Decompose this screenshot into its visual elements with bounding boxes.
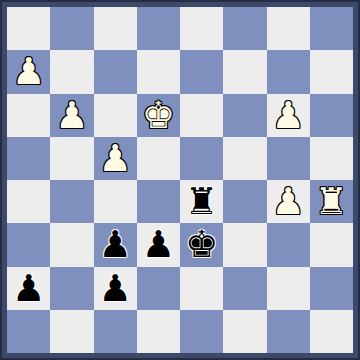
square-h1[interactable] [310,310,353,353]
square-b6[interactable]: ♟ [50,94,93,137]
square-h7[interactable] [310,50,353,93]
square-c4[interactable] [94,180,137,223]
square-b7[interactable] [50,50,93,93]
square-d4[interactable] [137,180,180,223]
square-d1[interactable] [137,310,180,353]
black-pawn-d3: ♟ [142,223,175,266]
square-e8[interactable] [180,7,223,50]
square-g3[interactable] [267,223,310,266]
square-c8[interactable] [94,7,137,50]
square-h6[interactable] [310,94,353,137]
square-a5[interactable] [7,137,50,180]
white-pawn-c5: ♟ [99,137,132,180]
square-h5[interactable] [310,137,353,180]
square-g7[interactable] [267,50,310,93]
square-f3[interactable] [223,223,266,266]
square-a3[interactable] [7,223,50,266]
white-pawn-g6: ♟ [272,94,305,137]
square-e1[interactable] [180,310,223,353]
square-d8[interactable] [137,7,180,50]
square-e7[interactable] [180,50,223,93]
square-a2[interactable]: ♟ [7,267,50,310]
square-e4[interactable]: ♜ [180,180,223,223]
square-g2[interactable] [267,267,310,310]
square-h3[interactable] [310,223,353,266]
square-f5[interactable] [223,137,266,180]
square-c1[interactable] [94,310,137,353]
black-king-e3: ♚ [185,223,218,266]
square-d5[interactable] [137,137,180,180]
square-g5[interactable] [267,137,310,180]
square-h8[interactable] [310,7,353,50]
square-f2[interactable] [223,267,266,310]
black-pawn-c3: ♟ [99,223,132,266]
board: ♟♟♚♟♟♜♟♜♟♟♚♟♟ [7,7,353,353]
white-king-d6: ♚ [142,94,175,137]
square-c7[interactable] [94,50,137,93]
square-b4[interactable] [50,180,93,223]
square-b1[interactable] [50,310,93,353]
square-d6[interactable]: ♚ [137,94,180,137]
square-e6[interactable] [180,94,223,137]
square-c6[interactable] [94,94,137,137]
square-e5[interactable] [180,137,223,180]
black-pawn-a2: ♟ [12,267,45,310]
square-a6[interactable] [7,94,50,137]
square-e3[interactable]: ♚ [180,223,223,266]
square-a7[interactable]: ♟ [7,50,50,93]
square-a1[interactable] [7,310,50,353]
white-pawn-a7: ♟ [12,50,45,93]
board-frame: ♟♟♚♟♟♜♟♜♟♟♚♟♟ [0,0,360,360]
square-a4[interactable] [7,180,50,223]
square-c3[interactable]: ♟ [94,223,137,266]
square-c2[interactable]: ♟ [94,267,137,310]
square-b5[interactable] [50,137,93,180]
white-pawn-b6: ♟ [55,94,88,137]
square-f1[interactable] [223,310,266,353]
square-d2[interactable] [137,267,180,310]
square-g1[interactable] [267,310,310,353]
black-pawn-c2: ♟ [99,267,132,310]
square-b3[interactable] [50,223,93,266]
square-h2[interactable] [310,267,353,310]
square-f7[interactable] [223,50,266,93]
square-f4[interactable] [223,180,266,223]
square-g4[interactable]: ♟ [267,180,310,223]
square-a8[interactable] [7,7,50,50]
square-e2[interactable] [180,267,223,310]
white-rook-h4: ♜ [315,180,348,223]
black-rook-e4: ♜ [185,180,218,223]
square-f6[interactable] [223,94,266,137]
square-b2[interactable] [50,267,93,310]
square-f8[interactable] [223,7,266,50]
white-pawn-g4: ♟ [272,180,305,223]
square-g8[interactable] [267,7,310,50]
square-g6[interactable]: ♟ [267,94,310,137]
square-d3[interactable]: ♟ [137,223,180,266]
square-b8[interactable] [50,7,93,50]
square-h4[interactable]: ♜ [310,180,353,223]
square-c5[interactable]: ♟ [94,137,137,180]
square-d7[interactable] [137,50,180,93]
